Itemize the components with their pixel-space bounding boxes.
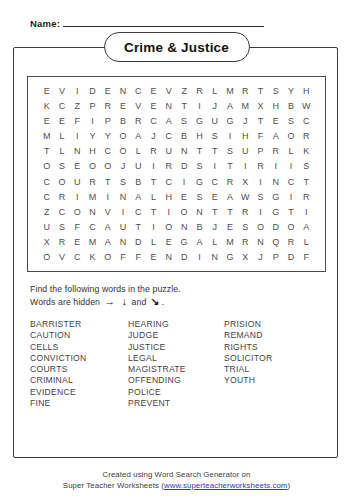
grid-cell: T (222, 159, 237, 174)
word-list: BARRISTERCAUTIONCELLSCONVICTIONCOURTSCRI… (30, 319, 272, 409)
grid-cell: I (176, 174, 191, 189)
grid-cell: N (161, 250, 176, 265)
grid-cell: L (131, 144, 146, 159)
grid-cell: E (54, 113, 69, 128)
grid-cell: T (283, 204, 298, 219)
grid-cell: C (70, 250, 85, 265)
grid-cell: S (253, 189, 268, 204)
grid-cell: C (54, 98, 69, 113)
grid-cell: F (131, 250, 146, 265)
grid-cell: E (146, 98, 161, 113)
grid-cell: Q (268, 235, 283, 250)
worksheet-page: Name: Crime & Justice EVIDENCEVZRLMRTSYH… (0, 0, 353, 500)
grid-cell: T (207, 144, 222, 159)
grid-cell: A (100, 220, 115, 235)
grid-cell: L (299, 235, 314, 250)
grid-cell: T (100, 174, 115, 189)
instructions: Find the following words in the puzzle. … (30, 283, 181, 308)
grid-cell: A (222, 98, 237, 113)
grid-cell: I (222, 129, 237, 144)
puzzle-title-text: Crime & Justice (124, 40, 229, 55)
grid-cell: N (115, 83, 130, 98)
footer-link[interactable]: www.superteacherworksheets.com (164, 481, 287, 490)
word-list-column-1: BARRISTERCAUTIONCELLSCONVICTIONCOURTSCRI… (30, 319, 128, 409)
word-list-item: OFFENDING (128, 375, 224, 386)
grid-cell: C (54, 204, 69, 219)
grid-cell: W (299, 98, 314, 113)
grid-cell: F (70, 220, 85, 235)
grid-cell: A (192, 235, 207, 250)
grid-cell: G (268, 204, 283, 219)
grid-cell: J (146, 129, 161, 144)
grid-cell: G (268, 189, 283, 204)
grid-cell: R (238, 204, 253, 219)
grid-cell: T (131, 220, 146, 235)
grid-cell: L (54, 129, 69, 144)
grid-cell: H (238, 129, 253, 144)
grid-cell: J (238, 113, 253, 128)
grid-cell: A (131, 129, 146, 144)
grid-cell: R (238, 83, 253, 98)
name-label: Name: (30, 18, 60, 29)
grid-cell: T (207, 204, 222, 219)
word-list-item: BARRISTER (30, 319, 128, 330)
grid-cell: A (161, 113, 176, 128)
grid-cell: I (100, 189, 115, 204)
grid-cell: H (268, 98, 283, 113)
word-list-item: RIGHTS (224, 342, 272, 353)
footer-line2: Super Teacher Worksheets (www.superteach… (0, 480, 353, 491)
grid-cell: T (176, 98, 191, 113)
word-list-item: TRIAL (224, 364, 272, 375)
grid-cell: E (115, 98, 130, 113)
grid-cell: C (39, 174, 54, 189)
grid-cell: O (283, 129, 298, 144)
grid-cell: R (283, 235, 298, 250)
grid-cell: U (161, 144, 176, 159)
grid-cell: Y (283, 83, 298, 98)
grid-cell: G (192, 113, 207, 128)
grid-cell: B (192, 220, 207, 235)
arrow-down-icon: ↓ (122, 295, 127, 307)
grid-cell: D (176, 159, 191, 174)
grid-cell: M (85, 235, 100, 250)
word-list-item: JUSTICE (128, 342, 224, 353)
grid-cell: M (222, 235, 237, 250)
grid-cell: U (238, 144, 253, 159)
grid-cell: O (70, 204, 85, 219)
grid-cell: L (207, 83, 222, 98)
word-list-item: COURTS (30, 364, 128, 375)
word-list-item: SOLICITOR (224, 353, 272, 364)
grid-cell: R (100, 98, 115, 113)
grid-cell: P (85, 98, 100, 113)
grid-cell: D (283, 250, 298, 265)
grid-cell: R (238, 235, 253, 250)
grid-cell: J (115, 159, 130, 174)
grid-cell: R (85, 174, 100, 189)
grid-cell: I (70, 83, 85, 98)
grid-cell: O (100, 159, 115, 174)
footer-line2-prefix: Super Teacher Worksheets ( (63, 481, 164, 490)
grid-cell: C (299, 113, 314, 128)
grid-cell: I (85, 113, 100, 128)
grid-cell: S (192, 159, 207, 174)
grid-cell: X (253, 98, 268, 113)
letter-grid: EVIDENCEVZRLMRTSYHKCZPREVENTIJAMXHBWEEFI… (39, 83, 314, 265)
grid-cell: C (85, 220, 100, 235)
grid-cell: C (100, 144, 115, 159)
grid-cell: Z (176, 83, 191, 98)
grid-cell: S (192, 189, 207, 204)
grid-cell: K (299, 144, 314, 159)
grid-cell: A (131, 189, 146, 204)
grid-cell: V (54, 83, 69, 98)
grid-cell: L (54, 144, 69, 159)
grid-cell: O (85, 159, 100, 174)
word-list-item: PRISION (224, 319, 272, 330)
grid-cell: V (161, 83, 176, 98)
grid-cell: R (161, 159, 176, 174)
word-list-item: PREVENT (128, 398, 224, 409)
grid-cell: R (131, 113, 146, 128)
grid-cell: T (146, 174, 161, 189)
grid-cell: F (115, 250, 130, 265)
grid-cell: C (283, 174, 298, 189)
grid-cell: L (207, 235, 222, 250)
instructions-line2: Words are hidden → ↓ and ↘. (30, 295, 181, 308)
grid-cell: V (54, 250, 69, 265)
grid-cell: A (299, 220, 314, 235)
grid-cell: S (176, 113, 191, 128)
grid-cell: C (131, 204, 146, 219)
grid-cell: L (146, 235, 161, 250)
grid-cell: I (283, 189, 298, 204)
grid-cell: N (207, 250, 222, 265)
grid-cell: H (192, 129, 207, 144)
grid-cell: E (207, 189, 222, 204)
grid-cell: E (222, 220, 237, 235)
grid-cell: H (299, 83, 314, 98)
grid-cell: I (192, 98, 207, 113)
grid-cell: D (85, 83, 100, 98)
grid-cell: R (54, 189, 69, 204)
grid-cell: E (70, 159, 85, 174)
grid-cell: U (207, 113, 222, 128)
grid-cell: O (176, 204, 191, 219)
grid-cell: E (268, 113, 283, 128)
word-list-item: JUDGE (128, 330, 224, 341)
grid-cell: I (268, 159, 283, 174)
grid-cell: R (192, 83, 207, 98)
grid-cell: R (222, 174, 237, 189)
grid-cell: C (131, 83, 146, 98)
grid-cell: F (299, 250, 314, 265)
grid-cell: U (115, 220, 130, 235)
grid-cell: U (70, 174, 85, 189)
grid-cell: E (161, 235, 176, 250)
grid-cell: M (238, 98, 253, 113)
footer: Created using Word Search Generator on S… (0, 469, 353, 491)
grid-cell: V (100, 204, 115, 219)
footer-line2-suffix: ) (287, 481, 290, 490)
grid-cell: T (253, 113, 268, 128)
grid-cell: L (146, 189, 161, 204)
grid-cell: H (85, 144, 100, 159)
grid-cell: R (268, 144, 283, 159)
grid-cell: P (253, 144, 268, 159)
grid-cell: O (115, 129, 130, 144)
word-list-item: EVIDENCE (30, 387, 128, 398)
grid-cell: E (146, 250, 161, 265)
grid-cell: I (192, 250, 207, 265)
grid-cell: N (115, 235, 130, 250)
grid-cell: R (146, 144, 161, 159)
word-list-item: YOUTH (224, 375, 272, 386)
grid-cell: T (192, 144, 207, 159)
grid-cell: N (161, 98, 176, 113)
grid-cell: L (283, 144, 298, 159)
grid-cell: E (70, 235, 85, 250)
grid-cell: C (146, 113, 161, 128)
grid-cell: A (222, 189, 237, 204)
grid-cell: I (238, 159, 253, 174)
grid-cell: S (268, 83, 283, 98)
instructions-period: . (162, 297, 165, 307)
word-list-item: POLICE (128, 387, 224, 398)
grid-cell: I (146, 159, 161, 174)
grid-cell: S (299, 159, 314, 174)
grid-cell: N (253, 235, 268, 250)
footer-line1: Created using Word Search Generator on (0, 469, 353, 480)
word-list-item: HEARING (128, 319, 224, 330)
word-list-item: CELLS (30, 342, 128, 353)
word-list-item: CAUTION (30, 330, 128, 341)
grid-cell: I (207, 159, 222, 174)
grid-cell: R (299, 189, 314, 204)
grid-cell: O (283, 220, 298, 235)
grid-cell: I (253, 174, 268, 189)
grid-cell: Y (100, 129, 115, 144)
word-list-column-3: PRISIONREMANDRIGHTSSOLICITORTRIALYOUTH (224, 319, 272, 409)
grid-cell: M (85, 189, 100, 204)
word-list-item: FINE (30, 398, 128, 409)
name-row: Name: (30, 13, 264, 31)
grid-cell: P (100, 113, 115, 128)
grid-cell: F (253, 129, 268, 144)
grid-cell: I (299, 204, 314, 219)
grid-cell: D (131, 235, 146, 250)
word-list-item: REMAND (224, 330, 272, 341)
grid-cell: O (54, 174, 69, 189)
grid-cell: K (39, 98, 54, 113)
grid-cell: W (238, 189, 253, 204)
grid-cell: E (39, 113, 54, 128)
grid-cell: O (39, 250, 54, 265)
word-list-column-2: HEARINGJUDGEJUSTICELEGALMAGISTRATEOFFEND… (128, 319, 224, 409)
grid-cell: I (146, 220, 161, 235)
grid-cell: S (54, 220, 69, 235)
grid-cell: N (85, 204, 100, 219)
grid-cell: U (131, 159, 146, 174)
grid-cell: N (268, 174, 283, 189)
grid-cell: S (222, 144, 237, 159)
word-list-item: CRIMINAL (30, 375, 128, 386)
grid-cell: D (176, 250, 191, 265)
grid-cell: Y (85, 129, 100, 144)
grid-cell: V (131, 98, 146, 113)
grid-cell: H (161, 189, 176, 204)
instructions-and: and (132, 297, 147, 307)
grid-cell: N (176, 220, 191, 235)
grid-cell: R (54, 235, 69, 250)
grid-cell: E (146, 83, 161, 98)
arrow-right-icon: → (105, 295, 116, 307)
grid-cell: I (70, 129, 85, 144)
grid-cell: X (39, 235, 54, 250)
grid-cell: C (207, 174, 222, 189)
grid-cell: S (238, 220, 253, 235)
grid-cell: M (222, 83, 237, 98)
grid-cell: N (192, 204, 207, 219)
grid-cell: Z (39, 204, 54, 219)
grid-cell: O (115, 144, 130, 159)
grid-cell: I (70, 189, 85, 204)
grid-cell: O (253, 220, 268, 235)
grid-cell: C (39, 189, 54, 204)
instructions-line1: Find the following words in the puzzle. (30, 283, 181, 295)
word-list-item: MAGISTRATE (128, 364, 224, 375)
grid-cell: N (176, 144, 191, 159)
grid-cell: B (176, 129, 191, 144)
grid-cell: R (253, 159, 268, 174)
grid-cell: J (207, 98, 222, 113)
grid-cell: T (222, 204, 237, 219)
grid-cell: P (268, 250, 283, 265)
grid-cell: X (238, 174, 253, 189)
grid-cell: U (39, 220, 54, 235)
word-list-item: LEGAL (128, 353, 224, 364)
grid-cell: A (268, 129, 283, 144)
grid-cell: T (253, 83, 268, 98)
grid-cell: M (39, 129, 54, 144)
grid-cell: R (299, 129, 314, 144)
grid-cell: N (70, 144, 85, 159)
grid-cell: O (39, 159, 54, 174)
grid-cell: N (115, 189, 130, 204)
word-list-item: CONVICTION (30, 353, 128, 364)
grid-cell: K (85, 250, 100, 265)
grid-cell: I (161, 204, 176, 219)
grid-cell: S (283, 113, 298, 128)
grid-cell: E (176, 189, 191, 204)
grid-cell: F (70, 113, 85, 128)
grid-cell: E (100, 83, 115, 98)
instructions-line2-prefix: Words are hidden (30, 297, 100, 307)
grid-cell: C (161, 129, 176, 144)
grid-cell: T (146, 204, 161, 219)
grid-cell: S (115, 174, 130, 189)
grid-cell: J (253, 250, 268, 265)
grid-cell: G (192, 174, 207, 189)
grid-cell: B (283, 98, 298, 113)
grid-cell: A (100, 235, 115, 250)
grid-cell: B (115, 113, 130, 128)
letter-grid-box: EVIDENCEVZRLMRTSYHKCZPREVENTIJAMXHBWEEFI… (27, 76, 326, 272)
puzzle-title: Crime & Justice (104, 32, 250, 62)
grid-cell: E (39, 83, 54, 98)
grid-cell: T (39, 144, 54, 159)
grid-cell: S (207, 129, 222, 144)
arrow-diagonal-icon: ↘ (151, 295, 160, 307)
grid-cell: J (207, 220, 222, 235)
grid-cell: I (115, 204, 130, 219)
grid-cell: G (176, 235, 191, 250)
grid-cell: B (131, 174, 146, 189)
grid-cell: I (283, 159, 298, 174)
name-fill-line[interactable] (63, 17, 264, 27)
grid-cell: S (54, 159, 69, 174)
grid-cell: O (161, 220, 176, 235)
grid-cell: C (161, 174, 176, 189)
grid-cell: T (299, 174, 314, 189)
grid-cell: Z (70, 98, 85, 113)
grid-cell: X (238, 250, 253, 265)
grid-cell: D (268, 220, 283, 235)
grid-cell: G (222, 250, 237, 265)
grid-cell: I (253, 204, 268, 219)
grid-cell: O (100, 250, 115, 265)
grid-cell: G (222, 113, 237, 128)
